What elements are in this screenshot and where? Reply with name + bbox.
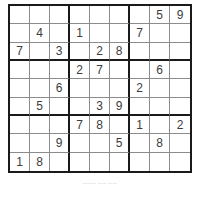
cell-r4c5[interactable]: 7 xyxy=(90,61,110,79)
cell-r5c3[interactable]: 6 xyxy=(50,79,70,97)
cell-r2c1[interactable] xyxy=(10,24,30,42)
cell-r1c2[interactable] xyxy=(30,6,50,24)
cell-r3c9[interactable] xyxy=(170,43,190,61)
cell-r8c6[interactable]: 5 xyxy=(110,134,130,152)
cell-r4c7[interactable] xyxy=(130,61,150,79)
cell-r4c6[interactable] xyxy=(110,61,130,79)
cell-r2c8[interactable] xyxy=(150,24,170,42)
cell-r9c1[interactable]: 1 xyxy=(10,153,30,171)
cell-r2c6[interactable] xyxy=(110,24,130,42)
cell-r1c9[interactable]: 9 xyxy=(170,6,190,24)
cell-r6c8[interactable] xyxy=(150,98,170,116)
cell-r1c7[interactable] xyxy=(130,6,150,24)
cell-r8c3[interactable]: 9 xyxy=(50,134,70,152)
cell-r7c8[interactable] xyxy=(150,116,170,134)
cell-r3c5[interactable]: 2 xyxy=(90,43,110,61)
cell-r2c2[interactable]: 4 xyxy=(30,24,50,42)
cell-r2c4[interactable]: 1 xyxy=(70,24,90,42)
cell-r4c8[interactable]: 6 xyxy=(150,61,170,79)
cell-r6c1[interactable] xyxy=(10,98,30,116)
cell-r6c7[interactable] xyxy=(130,98,150,116)
cell-r8c4[interactable] xyxy=(70,134,90,152)
cell-r9c2[interactable]: 8 xyxy=(30,153,50,171)
cell-r6c3[interactable] xyxy=(50,98,70,116)
cell-r1c3[interactable] xyxy=(50,6,70,24)
cell-r9c5[interactable] xyxy=(90,153,110,171)
cell-r5c6[interactable] xyxy=(110,79,130,97)
cell-r4c3[interactable] xyxy=(50,61,70,79)
cell-r2c7[interactable]: 7 xyxy=(130,24,150,42)
cell-r6c5[interactable]: 3 xyxy=(90,98,110,116)
cell-r9c9[interactable] xyxy=(170,153,190,171)
cell-r1c8[interactable]: 5 xyxy=(150,6,170,24)
cell-r5c8[interactable] xyxy=(150,79,170,97)
cell-r8c2[interactable] xyxy=(30,134,50,152)
cell-r1c6[interactable] xyxy=(110,6,130,24)
cell-r7c3[interactable] xyxy=(50,116,70,134)
cell-r7c5[interactable]: 8 xyxy=(90,116,110,134)
cell-r2c3[interactable] xyxy=(50,24,70,42)
watermark-text: ——— —— —— xyxy=(0,180,200,185)
cell-r3c3[interactable]: 3 xyxy=(50,43,70,61)
cell-r8c9[interactable] xyxy=(170,134,190,152)
cell-r3c2[interactable] xyxy=(30,43,50,61)
cell-r5c5[interactable] xyxy=(90,79,110,97)
cell-r3c1[interactable]: 7 xyxy=(10,43,30,61)
cell-r8c5[interactable] xyxy=(90,134,110,152)
cell-r1c5[interactable] xyxy=(90,6,110,24)
cell-r8c1[interactable] xyxy=(10,134,30,152)
cell-r7c1[interactable] xyxy=(10,116,30,134)
cell-r5c1[interactable] xyxy=(10,79,30,97)
cell-r3c7[interactable] xyxy=(130,43,150,61)
cell-r9c3[interactable] xyxy=(50,153,70,171)
cell-r4c1[interactable] xyxy=(10,61,30,79)
cell-r6c6[interactable]: 9 xyxy=(110,98,130,116)
cell-r9c8[interactable] xyxy=(150,153,170,171)
cell-r4c2[interactable] xyxy=(30,61,50,79)
cell-r7c2[interactable] xyxy=(30,116,50,134)
cell-r1c4[interactable] xyxy=(70,6,90,24)
cell-r4c9[interactable] xyxy=(170,61,190,79)
cell-r9c7[interactable] xyxy=(130,153,150,171)
cell-r3c8[interactable] xyxy=(150,43,170,61)
cell-r9c4[interactable] xyxy=(70,153,90,171)
cell-r6c4[interactable] xyxy=(70,98,90,116)
cell-r4c4[interactable]: 2 xyxy=(70,61,90,79)
sudoku-board: 59417732827662539781295818 xyxy=(8,4,192,173)
cell-r7c7[interactable]: 1 xyxy=(130,116,150,134)
cell-r2c5[interactable] xyxy=(90,24,110,42)
cell-r7c9[interactable]: 2 xyxy=(170,116,190,134)
cell-r6c2[interactable]: 5 xyxy=(30,98,50,116)
cell-r5c4[interactable] xyxy=(70,79,90,97)
cell-r5c9[interactable] xyxy=(170,79,190,97)
sudoku-page: 59417732827662539781295818 ——— —— —— xyxy=(0,0,200,200)
cell-r8c7[interactable] xyxy=(130,134,150,152)
cell-r7c6[interactable] xyxy=(110,116,130,134)
cell-r8c8[interactable]: 8 xyxy=(150,134,170,152)
cell-r3c6[interactable]: 8 xyxy=(110,43,130,61)
cell-r1c1[interactable] xyxy=(10,6,30,24)
cell-r9c6[interactable] xyxy=(110,153,130,171)
cell-r6c9[interactable] xyxy=(170,98,190,116)
cell-r3c4[interactable] xyxy=(70,43,90,61)
cell-r7c4[interactable]: 7 xyxy=(70,116,90,134)
cell-r2c9[interactable] xyxy=(170,24,190,42)
cell-r5c7[interactable]: 2 xyxy=(130,79,150,97)
cell-r5c2[interactable] xyxy=(30,79,50,97)
